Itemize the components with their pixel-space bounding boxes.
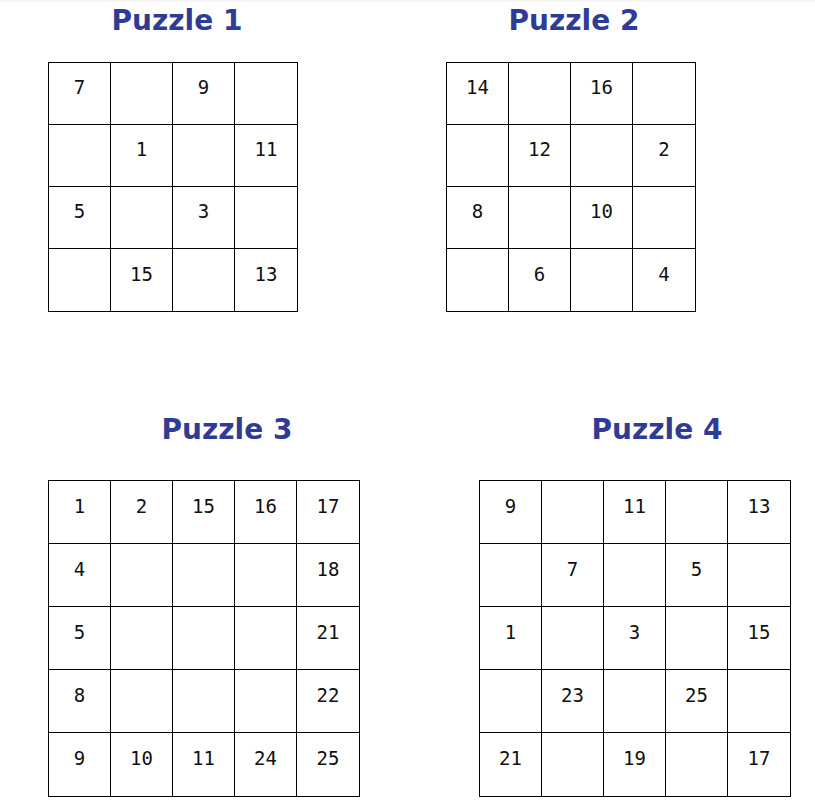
p4-cell-r5c4-empty[interactable] xyxy=(666,733,728,796)
p3-cell-r3c3-empty[interactable] xyxy=(173,607,235,670)
p4-cell-r4c3-empty[interactable] xyxy=(604,670,666,733)
p1-cell-r4c2-given: 15 xyxy=(111,249,173,311)
p3-cell-r5c2-given: 10 xyxy=(111,733,173,796)
p1-cell-r2c2-given: 1 xyxy=(111,125,173,187)
p3-cell-r5c1-given: 9 xyxy=(49,733,111,796)
p3-cell-r5c3-given: 11 xyxy=(173,733,235,796)
p3-cell-r5c5-given: 25 xyxy=(297,733,359,796)
p3-cell-r1c5-given: 17 xyxy=(297,481,359,544)
p1-cell-r1c2-empty[interactable] xyxy=(111,63,173,125)
p4-cell-r2c4-given: 5 xyxy=(666,544,728,607)
p2-cell-r4c3-empty[interactable] xyxy=(571,249,633,311)
p3-cell-r3c1-given: 5 xyxy=(49,607,111,670)
p4-cell-r5c3-given: 19 xyxy=(604,733,666,796)
puzzle-1-title: Puzzle 1 xyxy=(112,5,243,37)
p4-cell-r1c5-given: 13 xyxy=(728,481,790,544)
page-top-edge xyxy=(0,0,815,2)
p4-cell-r3c2-empty[interactable] xyxy=(542,607,604,670)
puzzle-4-board: 911137513152325211917 xyxy=(479,480,791,797)
p2-cell-r3c4-empty[interactable] xyxy=(633,187,695,249)
p3-cell-r1c4-given: 16 xyxy=(235,481,297,544)
p4-cell-r3c5-given: 15 xyxy=(728,607,790,670)
p4-cell-r2c2-given: 7 xyxy=(542,544,604,607)
puzzle-3-title: Puzzle 3 xyxy=(162,414,293,446)
p3-cell-r2c3-empty[interactable] xyxy=(173,544,235,607)
p4-cell-r2c3-empty[interactable] xyxy=(604,544,666,607)
p2-cell-r1c1-given: 14 xyxy=(447,63,509,125)
p2-cell-r2c1-empty[interactable] xyxy=(447,125,509,187)
p3-cell-r2c2-empty[interactable] xyxy=(111,544,173,607)
p1-cell-r1c1-given: 7 xyxy=(49,63,111,125)
p3-cell-r1c2-given: 2 xyxy=(111,481,173,544)
p4-cell-r5c5-given: 17 xyxy=(728,733,790,796)
p3-cell-r4c1-given: 8 xyxy=(49,670,111,733)
p1-cell-r4c3-empty[interactable] xyxy=(173,249,235,311)
p2-cell-r1c3-given: 16 xyxy=(571,63,633,125)
puzzle-3-board: 12151617418521822910112425 xyxy=(48,480,360,797)
p4-cell-r4c1-empty[interactable] xyxy=(480,670,542,733)
p4-cell-r5c2-empty[interactable] xyxy=(542,733,604,796)
p1-cell-r3c3-given: 3 xyxy=(173,187,235,249)
p3-cell-r3c2-empty[interactable] xyxy=(111,607,173,670)
p2-cell-r4c4-given: 4 xyxy=(633,249,695,311)
p2-cell-r1c2-empty[interactable] xyxy=(509,63,571,125)
p2-cell-r3c2-empty[interactable] xyxy=(509,187,571,249)
p3-cell-r2c1-given: 4 xyxy=(49,544,111,607)
p4-cell-r1c1-given: 9 xyxy=(480,481,542,544)
p3-cell-r4c3-empty[interactable] xyxy=(173,670,235,733)
p3-cell-r4c5-given: 22 xyxy=(297,670,359,733)
p4-cell-r3c4-empty[interactable] xyxy=(666,607,728,670)
p2-cell-r3c3-given: 10 xyxy=(571,187,633,249)
puzzle-4-title: Puzzle 4 xyxy=(592,414,723,446)
p1-cell-r3c4-empty[interactable] xyxy=(235,187,297,249)
p3-cell-r2c4-empty[interactable] xyxy=(235,544,297,607)
p3-cell-r5c4-given: 24 xyxy=(235,733,297,796)
p3-cell-r4c4-empty[interactable] xyxy=(235,670,297,733)
p2-cell-r1c4-empty[interactable] xyxy=(633,63,695,125)
puzzle-2-board: 141612281064 xyxy=(446,62,696,312)
puzzle-2-title: Puzzle 2 xyxy=(509,5,640,37)
p3-cell-r2c5-given: 18 xyxy=(297,544,359,607)
p2-cell-r3c1-given: 8 xyxy=(447,187,509,249)
p1-cell-r1c4-empty[interactable] xyxy=(235,63,297,125)
p1-cell-r2c4-given: 11 xyxy=(235,125,297,187)
p4-cell-r4c4-given: 25 xyxy=(666,670,728,733)
p1-cell-r2c1-empty[interactable] xyxy=(49,125,111,187)
p4-cell-r4c2-given: 23 xyxy=(542,670,604,733)
p3-cell-r1c1-given: 1 xyxy=(49,481,111,544)
p3-cell-r3c5-given: 21 xyxy=(297,607,359,670)
p1-cell-r2c3-empty[interactable] xyxy=(173,125,235,187)
puzzle-1-board: 79111531513 xyxy=(48,62,298,312)
p3-cell-r1c3-given: 15 xyxy=(173,481,235,544)
p4-cell-r3c1-given: 1 xyxy=(480,607,542,670)
p4-cell-r2c5-empty[interactable] xyxy=(728,544,790,607)
p1-cell-r4c1-empty[interactable] xyxy=(49,249,111,311)
p4-cell-r5c1-given: 21 xyxy=(480,733,542,796)
p1-cell-r3c1-given: 5 xyxy=(49,187,111,249)
p2-cell-r2c2-given: 12 xyxy=(509,125,571,187)
p2-cell-r2c3-empty[interactable] xyxy=(571,125,633,187)
p3-cell-r4c2-empty[interactable] xyxy=(111,670,173,733)
p2-cell-r4c2-given: 6 xyxy=(509,249,571,311)
p2-cell-r2c4-given: 2 xyxy=(633,125,695,187)
p1-cell-r4c4-given: 13 xyxy=(235,249,297,311)
p4-cell-r4c5-empty[interactable] xyxy=(728,670,790,733)
p4-cell-r1c4-empty[interactable] xyxy=(666,481,728,544)
worksheet-page: Puzzle 1 Puzzle 2 Puzzle 3 Puzzle 4 7911… xyxy=(0,0,815,811)
p4-cell-r3c3-given: 3 xyxy=(604,607,666,670)
p2-cell-r4c1-empty[interactable] xyxy=(447,249,509,311)
p1-cell-r3c2-empty[interactable] xyxy=(111,187,173,249)
p4-cell-r1c3-given: 11 xyxy=(604,481,666,544)
p3-cell-r3c4-empty[interactable] xyxy=(235,607,297,670)
p4-cell-r2c1-empty[interactable] xyxy=(480,544,542,607)
p1-cell-r1c3-given: 9 xyxy=(173,63,235,125)
p4-cell-r1c2-empty[interactable] xyxy=(542,481,604,544)
